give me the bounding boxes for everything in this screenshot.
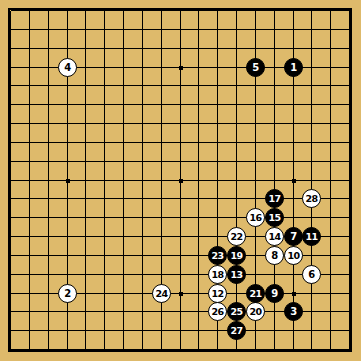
stone-black-11: 11 <box>302 227 321 246</box>
stone-black-3: 3 <box>284 302 303 321</box>
stone-white-12: 12 <box>208 284 227 303</box>
stone-white-16: 16 <box>246 208 265 227</box>
stone-black-17: 17 <box>265 189 284 208</box>
go-board[interactable]: 1234567891011121314151617181920212223242… <box>0 0 361 361</box>
star-point <box>66 179 70 183</box>
stone-white-26: 26 <box>208 302 227 321</box>
stone-white-24: 24 <box>152 284 171 303</box>
stone-white-18: 18 <box>208 265 227 284</box>
star-point <box>179 179 183 183</box>
stone-black-15: 15 <box>265 208 284 227</box>
stone-white-28: 28 <box>302 189 321 208</box>
stone-white-10: 10 <box>284 246 303 265</box>
star-point <box>292 292 296 296</box>
stone-black-9: 9 <box>265 284 284 303</box>
stone-white-2: 2 <box>58 284 77 303</box>
board-grid <box>0 0 361 361</box>
stone-white-6: 6 <box>302 265 321 284</box>
stone-black-23: 23 <box>208 246 227 265</box>
star-point <box>292 179 296 183</box>
star-point <box>179 292 183 296</box>
stone-white-8: 8 <box>265 246 284 265</box>
stone-black-7: 7 <box>284 227 303 246</box>
stone-black-21: 21 <box>246 284 265 303</box>
stone-black-19: 19 <box>227 246 246 265</box>
stone-white-4: 4 <box>58 58 77 77</box>
star-point <box>179 66 183 70</box>
stone-white-14: 14 <box>265 227 284 246</box>
stone-black-25: 25 <box>227 302 246 321</box>
stone-black-13: 13 <box>227 265 246 284</box>
stone-white-20: 20 <box>246 302 265 321</box>
stone-white-22: 22 <box>227 227 246 246</box>
stone-black-5: 5 <box>246 58 265 77</box>
stone-black-27: 27 <box>227 321 246 340</box>
stone-black-1: 1 <box>284 58 303 77</box>
